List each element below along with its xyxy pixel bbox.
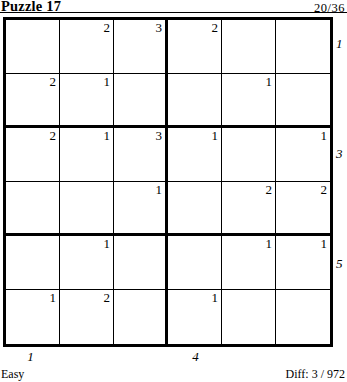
cell-r5c3[interactable] — [114, 236, 168, 290]
cell-r1c2[interactable]: 2 — [60, 20, 114, 74]
cell-r5c1[interactable] — [6, 236, 60, 290]
cell-r3c2[interactable]: 1 — [60, 128, 114, 182]
cell-clue: 1 — [104, 75, 111, 88]
col-label-4: 4 — [192, 350, 199, 364]
cell-r2c6[interactable] — [276, 74, 330, 128]
cell-r1c1[interactable] — [6, 20, 60, 74]
puzzle-page: { "page": { "title": "Puzzle 17", "progr… — [0, 0, 347, 382]
cell-r6c6[interactable] — [276, 290, 330, 344]
title-rule — [0, 12, 347, 13]
cell-r5c2[interactable]: 1 — [60, 236, 114, 290]
puzzle-board: 23221121311122111121 — [3, 17, 333, 347]
cell-r3c6[interactable]: 1 — [276, 128, 330, 182]
cell-clue: 1 — [50, 291, 57, 304]
row-label-1: 1 — [336, 37, 343, 51]
cell-r2c2[interactable]: 1 — [60, 74, 114, 128]
cell-clue: 1 — [104, 237, 111, 250]
cell-r4c2[interactable] — [60, 182, 114, 236]
difficulty-label: Easy — [1, 367, 24, 382]
cell-r4c3[interactable]: 1 — [114, 182, 168, 236]
cell-r1c6[interactable] — [276, 20, 330, 74]
difficulty-detail: Diff: 3 / 972 — [286, 367, 345, 382]
cell-r1c3[interactable]: 3 — [114, 20, 168, 74]
cell-clue: 3 — [156, 129, 163, 142]
cell-r1c4[interactable]: 2 — [168, 20, 222, 74]
cell-clue: 1 — [321, 237, 328, 250]
cell-clue: 1 — [212, 129, 219, 142]
cell-r6c1[interactable]: 1 — [6, 290, 60, 344]
cell-clue: 2 — [212, 21, 219, 34]
row-label-3: 3 — [336, 147, 343, 161]
cell-r3c5[interactable] — [222, 128, 276, 182]
cell-r5c6[interactable]: 1 — [276, 236, 330, 290]
cell-r6c3[interactable] — [114, 290, 168, 344]
cell-r4c5[interactable]: 2 — [222, 182, 276, 236]
cell-r2c5[interactable]: 1 — [222, 74, 276, 128]
cell-r4c6[interactable]: 2 — [276, 182, 330, 236]
cell-r5c5[interactable]: 1 — [222, 236, 276, 290]
col-label-1: 1 — [27, 350, 34, 364]
cell-clue: 1 — [266, 237, 273, 250]
cell-clue: 1 — [321, 129, 328, 142]
cell-r3c4[interactable]: 1 — [168, 128, 222, 182]
cell-r2c1[interactable]: 2 — [6, 74, 60, 128]
row-label-5: 5 — [336, 257, 343, 271]
cell-clue: 3 — [156, 21, 163, 34]
cell-clue: 2 — [104, 291, 111, 304]
cell-r6c4[interactable]: 1 — [168, 290, 222, 344]
cell-clue: 2 — [50, 129, 57, 142]
cell-r1c5[interactable] — [222, 20, 276, 74]
cell-r3c3[interactable]: 3 — [114, 128, 168, 182]
cell-clue: 2 — [266, 183, 273, 196]
cell-clue: 1 — [104, 129, 111, 142]
cell-clue: 1 — [212, 291, 219, 304]
cell-r4c4[interactable] — [168, 182, 222, 236]
cell-r3c1[interactable]: 2 — [6, 128, 60, 182]
cell-r6c5[interactable] — [222, 290, 276, 344]
cell-r5c4[interactable] — [168, 236, 222, 290]
cell-r4c1[interactable] — [6, 182, 60, 236]
cell-clue: 2 — [50, 75, 57, 88]
cell-clue: 2 — [104, 21, 111, 34]
cell-clue: 1 — [266, 75, 273, 88]
cell-r2c3[interactable] — [114, 74, 168, 128]
cell-r2c4[interactable] — [168, 74, 222, 128]
cell-clue: 2 — [321, 183, 328, 196]
clue-count-fraction: 20/36 — [314, 1, 345, 16]
cell-clue: 1 — [156, 183, 163, 196]
cell-r6c2[interactable]: 2 — [60, 290, 114, 344]
